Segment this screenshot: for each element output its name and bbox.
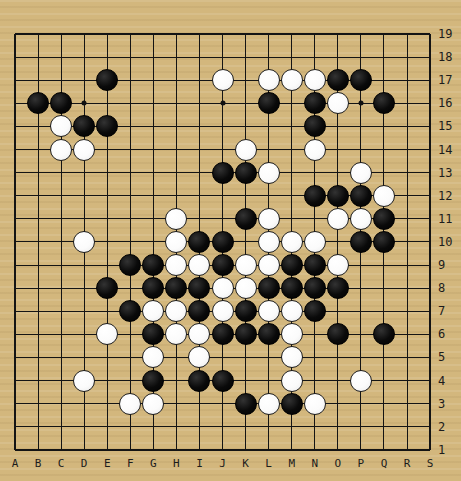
row-label: 8 (438, 281, 445, 295)
stone-white[interactable] (281, 300, 303, 322)
column-label: K (242, 457, 249, 470)
stone-black[interactable] (258, 323, 280, 345)
column-label: F (127, 457, 134, 470)
row-label: 5 (438, 350, 445, 364)
stone-black[interactable] (281, 393, 303, 415)
row-label: 2 (438, 420, 445, 434)
star-point-icon (220, 101, 225, 106)
stone-black[interactable] (119, 300, 141, 322)
row-label: 17 (438, 73, 452, 87)
stone-black[interactable] (327, 69, 349, 91)
stone-white[interactable] (142, 346, 164, 368)
stone-black[interactable] (373, 92, 395, 114)
stone-black[interactable] (212, 323, 234, 345)
row-label: 19 (438, 27, 452, 41)
column-label: H (173, 457, 180, 470)
stone-black[interactable] (304, 277, 326, 299)
stone-black[interactable] (235, 393, 257, 415)
go-board[interactable]: ABCDEFGHIJKLMNOPQRS 19181716151413121110… (0, 0, 461, 481)
column-label: P (358, 457, 365, 470)
stone-white[interactable] (50, 139, 72, 161)
column-label: I (196, 457, 203, 470)
stone-white[interactable] (258, 162, 280, 184)
stone-black[interactable] (327, 185, 349, 207)
stone-white[interactable] (281, 370, 303, 392)
stone-white[interactable] (327, 92, 349, 114)
stone-white[interactable] (258, 208, 280, 230)
stone-black[interactable] (235, 323, 257, 345)
stone-white[interactable] (281, 346, 303, 368)
column-label: C (58, 457, 65, 470)
row-label: 3 (438, 397, 445, 411)
stone-black[interactable] (281, 277, 303, 299)
stone-white[interactable] (165, 300, 187, 322)
stone-black[interactable] (212, 370, 234, 392)
stone-white[interactable] (235, 139, 257, 161)
stone-black[interactable] (281, 254, 303, 276)
stone-white[interactable] (165, 323, 187, 345)
grid-line-horizontal (15, 449, 430, 451)
column-label: L (265, 457, 272, 470)
stone-white[interactable] (281, 323, 303, 345)
column-label: E (104, 457, 111, 470)
stone-white[interactable] (212, 69, 234, 91)
row-label: 1 (438, 443, 445, 457)
row-label: 7 (438, 304, 445, 318)
stone-white[interactable] (142, 300, 164, 322)
row-label: 15 (438, 119, 452, 133)
stone-black[interactable] (119, 254, 141, 276)
column-label: M (288, 457, 295, 470)
stone-black[interactable] (304, 254, 326, 276)
stone-white[interactable] (188, 323, 210, 345)
stone-white[interactable] (258, 231, 280, 253)
stone-white[interactable] (373, 185, 395, 207)
stone-black[interactable] (212, 162, 234, 184)
stone-white[interactable] (73, 231, 95, 253)
row-label: 11 (438, 212, 452, 226)
row-label: 12 (438, 189, 452, 203)
stone-white[interactable] (165, 231, 187, 253)
grid-line-vertical (245, 34, 246, 450)
stone-white[interactable] (281, 69, 303, 91)
stone-black[interactable] (235, 162, 257, 184)
stone-black[interactable] (188, 300, 210, 322)
stone-white[interactable] (96, 323, 118, 345)
stone-white[interactable] (50, 115, 72, 137)
stone-white[interactable] (258, 300, 280, 322)
stone-white[interactable] (73, 139, 95, 161)
stone-black[interactable] (96, 69, 118, 91)
stone-white[interactable] (258, 393, 280, 415)
column-label: G (150, 457, 157, 470)
stone-white[interactable] (235, 277, 257, 299)
column-label: N (311, 457, 318, 470)
stone-white[interactable] (165, 254, 187, 276)
stone-white[interactable] (327, 208, 349, 230)
stone-black[interactable] (304, 300, 326, 322)
stone-black[interactable] (73, 115, 95, 137)
row-label: 6 (438, 327, 445, 341)
stone-white[interactable] (350, 162, 372, 184)
column-label: J (219, 457, 226, 470)
stone-black[interactable] (142, 254, 164, 276)
stone-black[interactable] (27, 92, 49, 114)
stone-black[interactable] (373, 323, 395, 345)
stone-black[interactable] (373, 231, 395, 253)
stone-white[interactable] (350, 208, 372, 230)
stone-white[interactable] (188, 254, 210, 276)
row-label: 10 (438, 235, 452, 249)
row-label: 13 (438, 166, 452, 180)
stone-white[interactable] (304, 393, 326, 415)
stone-black[interactable] (327, 277, 349, 299)
stone-black[interactable] (142, 370, 164, 392)
stone-black[interactable] (142, 323, 164, 345)
stone-black[interactable] (212, 231, 234, 253)
stone-white[interactable] (304, 139, 326, 161)
stone-black[interactable] (304, 115, 326, 137)
star-point-icon (82, 101, 87, 106)
stone-white[interactable] (73, 370, 95, 392)
row-label: 18 (438, 50, 452, 64)
stone-white[interactable] (327, 254, 349, 276)
stone-black[interactable] (96, 115, 118, 137)
grid-line-vertical (429, 34, 431, 450)
stone-black[interactable] (304, 92, 326, 114)
stone-white[interactable] (119, 393, 141, 415)
stone-white[interactable] (142, 393, 164, 415)
row-label: 9 (438, 258, 445, 272)
stone-black[interactable] (235, 208, 257, 230)
stone-black[interactable] (212, 254, 234, 276)
stone-white[interactable] (212, 300, 234, 322)
row-label: 4 (438, 374, 445, 388)
row-label: 16 (438, 96, 452, 110)
column-label: R (404, 457, 411, 470)
stone-black[interactable] (258, 277, 280, 299)
stone-white[interactable] (235, 254, 257, 276)
column-label: Q (381, 457, 388, 470)
stone-black[interactable] (188, 277, 210, 299)
grid-line-horizontal (15, 403, 430, 404)
stone-black[interactable] (235, 300, 257, 322)
column-label: D (81, 457, 88, 470)
stone-black[interactable] (142, 277, 164, 299)
stone-black[interactable] (165, 277, 187, 299)
column-label: S (427, 457, 434, 470)
stone-white[interactable] (212, 277, 234, 299)
stone-black[interactable] (350, 185, 372, 207)
stone-black[interactable] (373, 208, 395, 230)
stone-black[interactable] (350, 69, 372, 91)
row-label: 14 (438, 143, 452, 157)
stone-white[interactable] (258, 69, 280, 91)
stone-black[interactable] (188, 231, 210, 253)
stone-black[interactable] (350, 231, 372, 253)
stone-white[interactable] (281, 231, 303, 253)
stone-white[interactable] (188, 346, 210, 368)
stone-white[interactable] (350, 370, 372, 392)
column-label: A (12, 457, 19, 470)
grid-line-horizontal (15, 357, 430, 358)
column-label: O (335, 457, 342, 470)
grid-line-vertical (407, 34, 408, 450)
star-point-icon (358, 101, 363, 106)
stone-white[interactable] (304, 231, 326, 253)
stone-white[interactable] (258, 254, 280, 276)
stone-black[interactable] (96, 277, 118, 299)
stone-black[interactable] (327, 323, 349, 345)
stone-black[interactable] (188, 370, 210, 392)
grid-line-horizontal (15, 426, 430, 427)
stone-white[interactable] (304, 69, 326, 91)
stone-black[interactable] (304, 185, 326, 207)
stone-white[interactable] (165, 208, 187, 230)
column-label: B (35, 457, 42, 470)
stone-black[interactable] (258, 92, 280, 114)
stone-black[interactable] (50, 92, 72, 114)
